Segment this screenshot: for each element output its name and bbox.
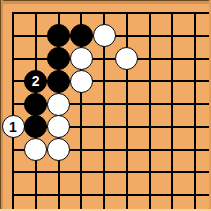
white-stone	[47, 115, 70, 138]
black-stone	[24, 93, 47, 116]
board-edge-bottom-light	[0, 209, 211, 211]
white-stone	[115, 47, 138, 70]
move-number-label: 2	[32, 74, 40, 88]
white-stone	[24, 138, 47, 161]
black-stone	[70, 24, 93, 47]
black-stone	[24, 115, 47, 138]
white-stone	[47, 138, 70, 161]
black-stone	[47, 24, 70, 47]
move-number-label: 1	[9, 120, 17, 134]
black-stone: 2	[24, 70, 47, 93]
white-stone: 1	[2, 115, 25, 138]
black-stone	[47, 47, 70, 70]
go-board-diagram: 21	[0, 0, 211, 211]
black-stone	[47, 70, 70, 93]
white-stone	[70, 47, 93, 70]
go-board-grid: 21	[2, 2, 207, 207]
white-stone	[93, 24, 116, 47]
board-edge-right-shade	[209, 0, 211, 211]
white-stone	[47, 93, 70, 116]
white-stone	[70, 70, 93, 93]
